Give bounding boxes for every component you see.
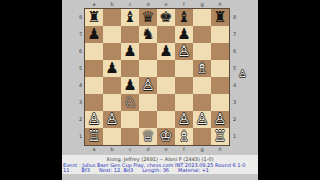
square-h5[interactable] bbox=[211, 60, 229, 77]
square-c2[interactable] bbox=[121, 111, 139, 128]
rank-label: 8 bbox=[231, 9, 238, 26]
square-d4[interactable]: ♙ bbox=[139, 77, 157, 94]
piece-black-bishop[interactable]: ♝ bbox=[177, 10, 190, 25]
square-e8[interactable]: ♚ bbox=[157, 9, 175, 26]
rank-label: 7 bbox=[77, 26, 84, 43]
rank-label: 2 bbox=[231, 111, 238, 128]
piece-white-knight[interactable]: ♘ bbox=[123, 95, 136, 110]
rank-label: 3 bbox=[77, 94, 84, 111]
square-g6[interactable] bbox=[193, 43, 211, 60]
square-d2[interactable] bbox=[139, 111, 157, 128]
file-label: d bbox=[139, 1, 157, 8]
piece-white-pawn[interactable]: ♙ bbox=[105, 112, 118, 127]
square-h2[interactable]: ♙ bbox=[211, 111, 229, 128]
file-label: d bbox=[139, 146, 157, 153]
square-e2[interactable] bbox=[157, 111, 175, 128]
square-g2[interactable]: ♙ bbox=[193, 111, 211, 128]
piece-black-pawn[interactable]: ♟ bbox=[177, 27, 190, 42]
square-e1[interactable]: ♔ bbox=[157, 128, 175, 145]
rank-label: 6 bbox=[77, 43, 84, 60]
rank-label: 1 bbox=[77, 128, 84, 145]
square-g1[interactable] bbox=[193, 128, 211, 145]
square-c6[interactable]: ♟ bbox=[121, 43, 139, 60]
piece-white-pawn[interactable]: ♙ bbox=[177, 112, 190, 127]
rank-label: 6 bbox=[231, 43, 238, 60]
move-number: 11 . bbox=[63, 168, 73, 173]
square-c8[interactable]: ♝ bbox=[121, 9, 139, 26]
square-f2[interactable]: ♙ bbox=[175, 111, 193, 128]
rank-label: 5 bbox=[231, 60, 238, 77]
material-score: Material: +1 bbox=[178, 168, 209, 173]
file-label: a bbox=[85, 146, 103, 153]
piece-white-bishop[interactable]: ♗ bbox=[195, 61, 208, 76]
square-h3[interactable] bbox=[211, 94, 229, 111]
square-h7[interactable] bbox=[211, 26, 229, 43]
square-b7[interactable] bbox=[103, 26, 121, 43]
file-label: b bbox=[103, 1, 121, 8]
square-a6[interactable] bbox=[85, 43, 103, 60]
material-advantage-pawn-icon: ♙ bbox=[238, 69, 247, 79]
next-move: Next: 12. Bd3 bbox=[99, 168, 133, 173]
square-f4[interactable] bbox=[175, 77, 193, 94]
square-f1[interactable]: ♗ bbox=[175, 128, 193, 145]
square-g4[interactable] bbox=[193, 77, 211, 94]
square-e6[interactable]: ♟ bbox=[157, 43, 175, 60]
rank-label: 4 bbox=[77, 77, 84, 94]
square-g8[interactable] bbox=[193, 9, 211, 26]
piece-white-bishop[interactable]: ♗ bbox=[177, 129, 190, 144]
video-frame: { "game": "chess", "position": { "fen": … bbox=[0, 0, 320, 180]
square-b8[interactable] bbox=[103, 9, 121, 26]
game-length: Length: 36 bbox=[142, 168, 169, 173]
piece-white-queen[interactable]: ♕ bbox=[141, 129, 154, 144]
piece-black-bishop[interactable]: ♝ bbox=[123, 10, 136, 25]
square-a5[interactable] bbox=[85, 60, 103, 77]
square-d5[interactable] bbox=[139, 60, 157, 77]
chess-board[interactable]: ♜♝♛♚♝♜♟♞♟♟♟♙♟♗♟♙♘♙♙♙♙♙♖♕♔♗♖ bbox=[85, 9, 229, 145]
square-f8[interactable]: ♝ bbox=[175, 9, 193, 26]
piece-white-pawn[interactable]: ♙ bbox=[141, 78, 154, 93]
square-g7[interactable] bbox=[193, 26, 211, 43]
square-e4[interactable] bbox=[157, 77, 175, 94]
square-f6[interactable]: ♙ bbox=[175, 43, 193, 60]
file-label: f bbox=[175, 1, 193, 8]
file-labels-bottom: abcdefgh bbox=[85, 146, 229, 153]
piece-white-pawn[interactable]: ♙ bbox=[213, 112, 226, 127]
piece-black-rook[interactable]: ♜ bbox=[87, 10, 100, 25]
square-d1[interactable]: ♕ bbox=[139, 128, 157, 145]
rank-label: 3 bbox=[231, 94, 238, 111]
file-label: e bbox=[157, 146, 175, 153]
square-h1[interactable]: ♖ bbox=[211, 128, 229, 145]
file-label: a bbox=[85, 1, 103, 8]
piece-white-rook[interactable]: ♖ bbox=[87, 129, 100, 144]
file-label: c bbox=[121, 1, 139, 8]
square-g5[interactable]: ♗ bbox=[193, 60, 211, 77]
square-h4[interactable] bbox=[211, 77, 229, 94]
piece-black-pawn[interactable]: ♟ bbox=[123, 44, 136, 59]
square-e7[interactable] bbox=[157, 26, 175, 43]
square-g3[interactable] bbox=[193, 94, 211, 111]
piece-black-queen[interactable]: ♛ bbox=[141, 10, 154, 25]
file-label: c bbox=[121, 146, 139, 153]
square-d3[interactable] bbox=[139, 94, 157, 111]
file-label: h bbox=[211, 1, 229, 8]
square-a4[interactable] bbox=[85, 77, 103, 94]
rank-labels-right: 87654321 bbox=[231, 9, 238, 145]
rank-label: 4 bbox=[231, 77, 238, 94]
square-b3[interactable] bbox=[103, 94, 121, 111]
square-b5[interactable]: ♟ bbox=[103, 60, 121, 77]
piece-white-king[interactable]: ♔ bbox=[159, 129, 172, 144]
square-f5[interactable] bbox=[175, 60, 193, 77]
square-h8[interactable]: ♜ bbox=[211, 9, 229, 26]
square-h6[interactable] bbox=[211, 43, 229, 60]
chess-app-window: abcdefgh 87654321 ♜♝♛♚♝♜♟♞♟♟♟♙♟♗♟♙♘♙♙♙♙♙… bbox=[62, 0, 258, 180]
rank-label: 7 bbox=[231, 26, 238, 43]
piece-white-pawn[interactable]: ♙ bbox=[87, 112, 100, 127]
square-a7[interactable]: ♟ bbox=[85, 26, 103, 43]
rank-labels-left: 87654321 bbox=[77, 9, 84, 145]
square-c1[interactable] bbox=[121, 128, 139, 145]
rank-label: 1 bbox=[231, 128, 238, 145]
file-label: g bbox=[193, 146, 211, 153]
square-f7[interactable]: ♟ bbox=[175, 26, 193, 43]
square-a8[interactable]: ♜ bbox=[85, 9, 103, 26]
square-a1[interactable]: ♖ bbox=[85, 128, 103, 145]
file-labels-top: abcdefgh bbox=[85, 1, 229, 8]
square-b2[interactable]: ♙ bbox=[103, 111, 121, 128]
piece-black-knight[interactable]: ♞ bbox=[141, 27, 154, 42]
rank-label: 2 bbox=[77, 111, 84, 128]
piece-white-pawn[interactable]: ♙ bbox=[195, 112, 208, 127]
file-label: h bbox=[211, 146, 229, 153]
piece-black-pawn[interactable]: ♟ bbox=[105, 61, 118, 76]
file-label: b bbox=[103, 146, 121, 153]
square-e3[interactable] bbox=[157, 94, 175, 111]
square-e5[interactable] bbox=[157, 60, 175, 77]
current-move: Bf3 bbox=[82, 168, 90, 173]
square-c3[interactable]: ♘ bbox=[121, 94, 139, 111]
file-label: f bbox=[175, 146, 193, 153]
square-c7[interactable] bbox=[121, 26, 139, 43]
square-a2[interactable]: ♙ bbox=[85, 111, 103, 128]
piece-black-pawn[interactable]: ♟ bbox=[123, 78, 136, 93]
piece-black-king[interactable]: ♚ bbox=[159, 10, 172, 25]
rank-label: 8 bbox=[77, 9, 84, 26]
square-c4[interactable]: ♟ bbox=[121, 77, 139, 94]
piece-black-rook[interactable]: ♜ bbox=[213, 10, 226, 25]
move-status-line: 11 . Bf3 Next: 12. Bd3 Length: 36 Materi… bbox=[63, 168, 218, 173]
square-b1[interactable] bbox=[103, 128, 121, 145]
piece-white-pawn[interactable]: ♙ bbox=[177, 44, 190, 59]
square-b4[interactable] bbox=[103, 77, 121, 94]
square-d7[interactable]: ♞ bbox=[139, 26, 157, 43]
square-c5[interactable] bbox=[121, 60, 139, 77]
square-a3[interactable] bbox=[85, 94, 103, 111]
file-label: e bbox=[157, 1, 175, 8]
square-f3[interactable] bbox=[175, 94, 193, 111]
file-label: g bbox=[193, 1, 211, 8]
square-d8[interactable]: ♛ bbox=[139, 9, 157, 26]
square-b6[interactable] bbox=[103, 43, 121, 60]
piece-black-pawn[interactable]: ♟ bbox=[159, 44, 172, 59]
piece-white-rook[interactable]: ♖ bbox=[213, 129, 226, 144]
rank-label: 5 bbox=[77, 60, 84, 77]
square-d6[interactable] bbox=[139, 43, 157, 60]
piece-black-pawn[interactable]: ♟ bbox=[87, 27, 100, 42]
